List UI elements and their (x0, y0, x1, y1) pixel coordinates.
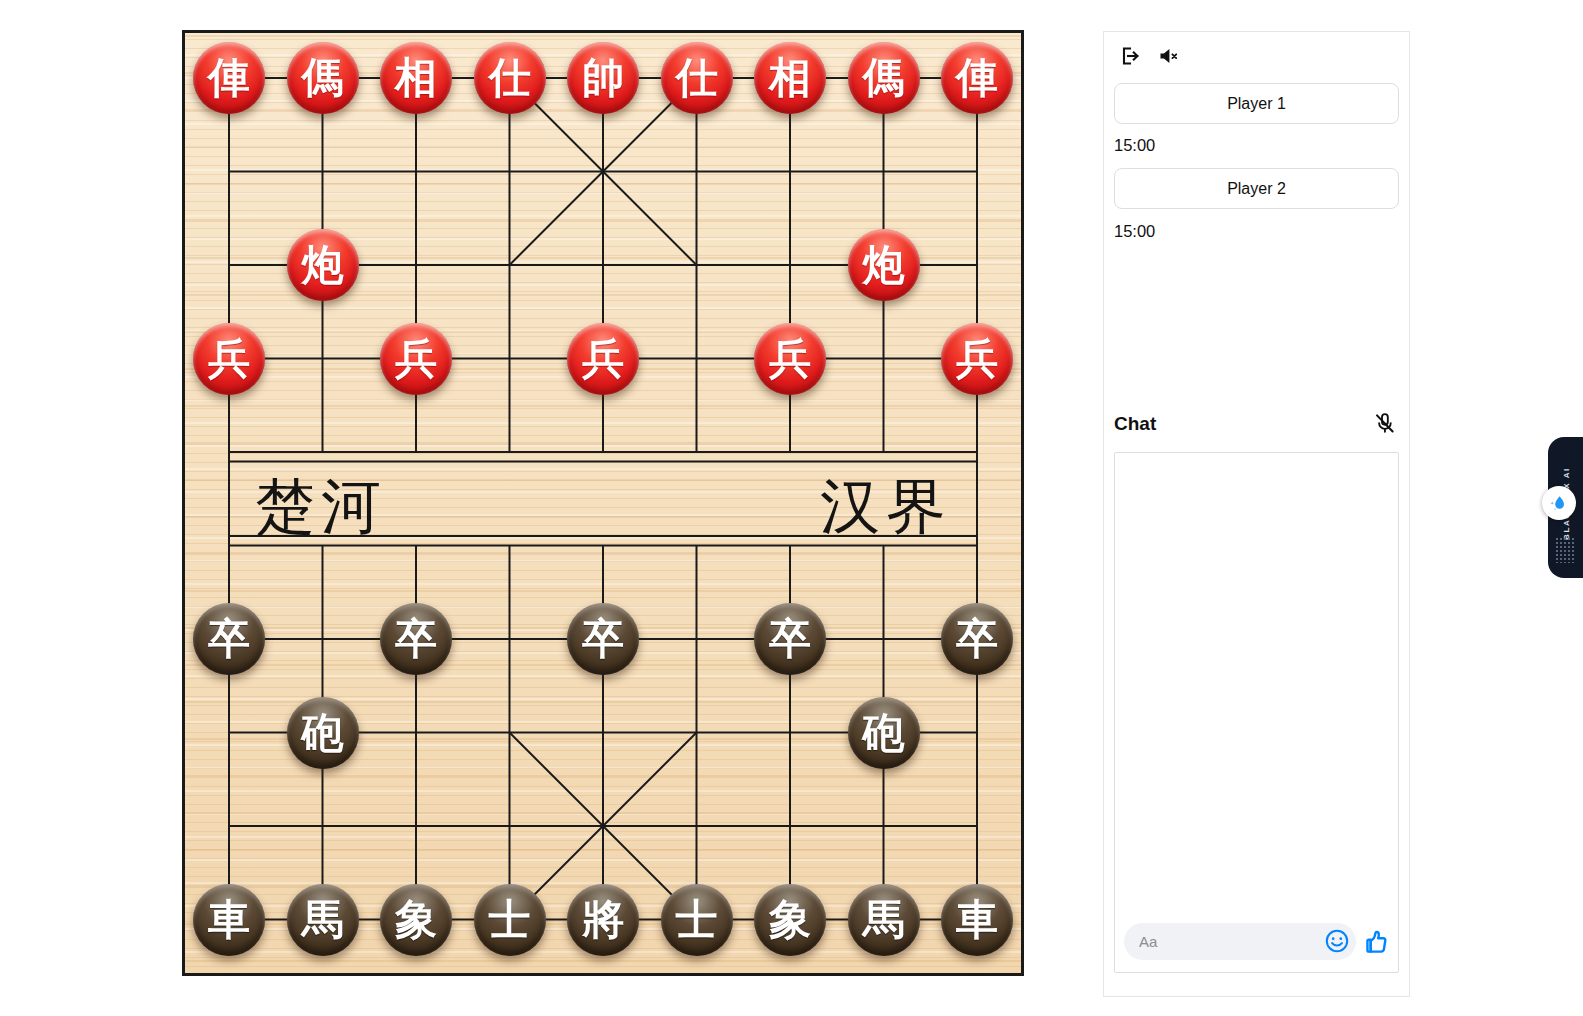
piece-black-advisor[interactable]: 士 (474, 884, 546, 956)
piece-red-horse[interactable]: 傌 (848, 42, 920, 114)
piece-black-chariot[interactable]: 車 (941, 884, 1013, 956)
blackbox-extension-tab[interactable]: BLACKBOX AI (1548, 437, 1583, 578)
piece-black-soldier[interactable]: 卒 (941, 603, 1013, 675)
piece-black-cannon[interactable]: 砲 (848, 697, 920, 769)
piece-black-soldier[interactable]: 卒 (193, 603, 265, 675)
emoji-smile-icon[interactable] (1324, 928, 1350, 954)
piece-red-cannon[interactable]: 炮 (848, 229, 920, 301)
piece-black-elephant[interactable]: 象 (380, 884, 452, 956)
piece-black-horse[interactable]: 馬 (848, 884, 920, 956)
piece-black-advisor[interactable]: 士 (661, 884, 733, 956)
chat-message-input[interactable] (1124, 923, 1356, 960)
piece-black-cannon[interactable]: 砲 (287, 697, 359, 769)
piece-black-elephant[interactable]: 象 (754, 884, 826, 956)
river-label-right: 汉界 (820, 464, 952, 550)
piece-red-soldier[interactable]: 兵 (193, 323, 265, 395)
piece-red-elephant[interactable]: 相 (380, 42, 452, 114)
river-label-left: 楚河 (255, 464, 387, 550)
piece-black-chariot[interactable]: 車 (193, 884, 265, 956)
piece-black-general[interactable]: 將 (567, 884, 639, 956)
blackbox-logo (1542, 486, 1576, 520)
piece-black-soldier[interactable]: 卒 (754, 603, 826, 675)
volume-muted-icon[interactable] (1156, 44, 1180, 68)
piece-red-horse[interactable]: 傌 (287, 42, 359, 114)
chat-title: Chat (1114, 413, 1156, 435)
player-2-name: Player 2 (1227, 180, 1286, 198)
piece-red-soldier[interactable]: 兵 (754, 323, 826, 395)
player-1-button[interactable]: Player 1 (1114, 83, 1399, 124)
piece-black-horse[interactable]: 馬 (287, 884, 359, 956)
xiangqi-board: 楚河 汉界 俥傌相仕帥仕相傌俥炮炮兵兵兵兵兵卒卒卒卒卒砲砲車馬象士將士象馬車 (182, 30, 1024, 976)
mic-off-icon[interactable] (1372, 411, 1397, 436)
piece-red-elephant[interactable]: 相 (754, 42, 826, 114)
piece-red-advisor[interactable]: 仕 (661, 42, 733, 114)
player-2-clock: 15:00 (1114, 222, 1155, 241)
piece-red-soldier[interactable]: 兵 (567, 323, 639, 395)
chat-messages-area (1114, 452, 1399, 973)
piece-red-soldier[interactable]: 兵 (380, 323, 452, 395)
piece-red-general[interactable]: 帥 (567, 42, 639, 114)
piece-black-soldier[interactable]: 卒 (380, 603, 452, 675)
piece-red-soldier[interactable]: 兵 (941, 323, 1013, 395)
blackbox-qr-dots (1555, 537, 1575, 563)
piece-red-chariot[interactable]: 俥 (941, 42, 1013, 114)
player-1-clock: 15:00 (1114, 136, 1155, 155)
piece-red-advisor[interactable]: 仕 (474, 42, 546, 114)
thumbs-up-icon[interactable] (1362, 927, 1391, 956)
piece-red-cannon[interactable]: 炮 (287, 229, 359, 301)
piece-red-chariot[interactable]: 俥 (193, 42, 265, 114)
piece-black-soldier[interactable]: 卒 (567, 603, 639, 675)
player-1-name: Player 1 (1227, 95, 1286, 113)
logout-icon[interactable] (1118, 44, 1142, 68)
game-sidebar: Player 1 15:00 Player 2 15:00 Chat (1103, 31, 1410, 997)
chat-input-pill (1124, 923, 1356, 960)
player-2-button[interactable]: Player 2 (1114, 168, 1399, 209)
